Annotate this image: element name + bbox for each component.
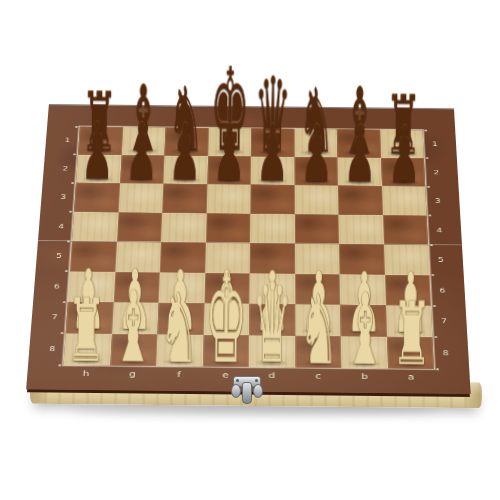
light-bishop: ♝	[344, 281, 386, 380]
light-knight: ♞	[299, 282, 339, 378]
rank-label: 2	[429, 158, 444, 187]
clasp-screw	[255, 379, 258, 382]
clasp-wing-right	[253, 384, 263, 398]
square-d2: ♟	[251, 156, 295, 185]
light-king: ♚	[204, 257, 247, 381]
square-a4	[383, 215, 428, 245]
clasp-screw	[236, 379, 239, 382]
square-g2: ♟	[120, 155, 165, 184]
rank-label: 7	[436, 306, 452, 337]
square-f2: ♟	[163, 155, 207, 184]
square-f4	[161, 213, 206, 243]
rank-label: 8	[438, 337, 454, 369]
square-e8: ♚	[202, 335, 249, 367]
square-c2: ♟	[294, 157, 338, 186]
light-bishop: ♝	[112, 278, 154, 377]
square-h8: ♜	[64, 333, 112, 365]
clasp-wing-left	[231, 384, 241, 398]
square-c8: ♞	[295, 335, 341, 367]
square-d4	[250, 214, 294, 244]
product-photo-chess-set: ♜♝♞♚♛♞♝♜♟♟♟♟♟♟♟♟♟♟♟♟♟♟♟♟♜♝♞♚♛♞♝♜ hgfedcb…	[0, 0, 500, 500]
board-field: ♜♝♞♚♛♞♝♜♟♟♟♟♟♟♟♟♟♟♟♟♟♟♟♟♜♝♞♚♛♞♝♜	[64, 127, 434, 369]
dark-pawn: ♟	[344, 115, 377, 194]
rank-label: 6	[434, 275, 450, 306]
light-rook: ♜	[66, 287, 106, 375]
dark-pawn: ♟	[300, 115, 333, 194]
dark-pawn: ♟	[212, 114, 245, 193]
rank-label: 5	[433, 245, 449, 275]
rank-label: 3	[430, 186, 445, 215]
light-queen: ♛	[252, 269, 293, 380]
square-a2: ♟	[381, 158, 426, 187]
square-h4	[72, 212, 118, 242]
clasp-tongue	[242, 382, 252, 404]
square-b8: ♝	[341, 336, 388, 368]
dark-pawn: ♟	[125, 113, 158, 192]
light-knight: ♞	[160, 281, 200, 377]
square-f8: ♞	[156, 334, 203, 366]
light-rook: ♜	[391, 291, 431, 379]
square-g8: ♝	[110, 334, 158, 366]
rank-label: 1	[427, 130, 442, 158]
dark-pawn: ♟	[256, 114, 289, 193]
square-a8: ♜	[387, 336, 434, 368]
square-b4	[338, 214, 383, 244]
dark-pawn: ♟	[169, 113, 202, 192]
square-e4	[206, 213, 251, 243]
square-d8: ♛	[249, 335, 295, 367]
chess-board: ♜♝♞♚♛♞♝♜♟♟♟♟♟♟♟♟♟♟♟♟♟♟♟♟♜♝♞♚♛♞♝♜ hgfedcb…	[26, 105, 471, 394]
dark-pawn: ♟	[387, 116, 420, 195]
square-c4	[294, 214, 339, 244]
metal-clasp-icon	[231, 376, 263, 410]
square-e2: ♟	[207, 156, 251, 185]
square-g4	[117, 212, 163, 242]
square-b2: ♟	[337, 157, 381, 186]
dark-pawn: ♟	[81, 112, 114, 191]
rank-label: 4	[432, 215, 447, 245]
